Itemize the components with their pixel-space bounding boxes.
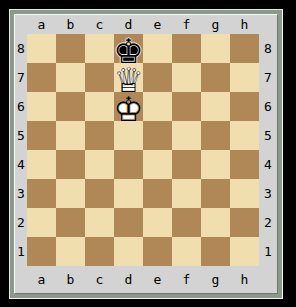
chessboard-window: abcdefgh8♚87♛♕76♚♔65544332211abcdefgh (9, 9, 283, 299)
square-h3[interactable] (230, 179, 259, 208)
square-a2[interactable] (27, 208, 56, 237)
board-corner-top-right (259, 15, 277, 34)
square-f3[interactable] (172, 179, 201, 208)
square-c6[interactable] (85, 92, 114, 121)
rank-label-left-5: 5 (15, 121, 27, 150)
rank-label-left-1: 1 (15, 237, 27, 266)
piece-glyph-outline: ♔ (114, 94, 143, 123)
square-b4[interactable] (56, 150, 85, 179)
square-h8[interactable] (230, 34, 259, 63)
square-d6[interactable]: ♚♔ (114, 92, 143, 121)
rank-label-left-3: 3 (15, 179, 27, 208)
piece-glyph-fill: ♚ (114, 36, 143, 65)
square-f6[interactable] (172, 92, 201, 121)
square-h2[interactable] (230, 208, 259, 237)
square-g5[interactable] (201, 121, 230, 150)
square-f1[interactable] (172, 237, 201, 266)
rank-label-right-5: 5 (259, 121, 277, 150)
rank-label-left-4: 4 (15, 150, 27, 179)
rank-label-right-8: 8 (259, 34, 277, 63)
square-e5[interactable] (143, 121, 172, 150)
square-a6[interactable] (27, 92, 56, 121)
rank-label-right-3: 3 (259, 179, 277, 208)
square-b7[interactable] (56, 63, 85, 92)
piece-white-king[interactable]: ♚♔ (114, 92, 143, 121)
square-b2[interactable] (56, 208, 85, 237)
square-g7[interactable] (201, 63, 230, 92)
square-a5[interactable] (27, 121, 56, 150)
square-c4[interactable] (85, 150, 114, 179)
rank-label-left-6: 6 (15, 92, 27, 121)
square-f5[interactable] (172, 121, 201, 150)
board-corner-bottom-left (15, 266, 27, 293)
square-a3[interactable] (27, 179, 56, 208)
piece-glyph-fill: ♚ (114, 94, 143, 123)
square-e4[interactable] (143, 150, 172, 179)
square-e6[interactable] (143, 92, 172, 121)
square-d2[interactable] (114, 208, 143, 237)
file-label-bottom-c: c (85, 266, 114, 293)
square-g1[interactable] (201, 237, 230, 266)
rank-label-left-7: 7 (15, 63, 27, 92)
square-a7[interactable] (27, 63, 56, 92)
file-label-bottom-d: d (114, 266, 143, 293)
square-h6[interactable] (230, 92, 259, 121)
file-label-top-f: f (172, 15, 201, 34)
square-a8[interactable] (27, 34, 56, 63)
desktop-background: { "game": "chess", "position": { "fen": … (0, 0, 296, 307)
square-e1[interactable] (143, 237, 172, 266)
square-c2[interactable] (85, 208, 114, 237)
square-a1[interactable] (27, 237, 56, 266)
square-c7[interactable] (85, 63, 114, 92)
square-f8[interactable] (172, 34, 201, 63)
square-g6[interactable] (201, 92, 230, 121)
board-corner-bottom-right (259, 266, 277, 293)
square-b3[interactable] (56, 179, 85, 208)
piece-glyph-outline: ♕ (114, 65, 143, 94)
square-d8[interactable]: ♚ (114, 34, 143, 63)
square-f2[interactable] (172, 208, 201, 237)
square-b8[interactable] (56, 34, 85, 63)
rank-label-right-2: 2 (259, 208, 277, 237)
piece-glyph-fill: ♛ (114, 65, 143, 94)
file-label-bottom-e: e (143, 266, 172, 293)
file-label-bottom-a: a (27, 266, 56, 293)
square-d1[interactable] (114, 237, 143, 266)
file-label-top-b: b (56, 15, 85, 34)
chess-board: abcdefgh8♚87♛♕76♚♔65544332211abcdefgh (14, 14, 278, 294)
file-label-bottom-f: f (172, 266, 201, 293)
square-d4[interactable] (114, 150, 143, 179)
square-h4[interactable] (230, 150, 259, 179)
square-d5[interactable] (114, 121, 143, 150)
rank-label-left-8: 8 (15, 34, 27, 63)
file-label-top-d: d (114, 15, 143, 34)
file-label-bottom-b: b (56, 266, 85, 293)
square-e8[interactable] (143, 34, 172, 63)
rank-label-right-1: 1 (259, 237, 277, 266)
square-g3[interactable] (201, 179, 230, 208)
square-d3[interactable] (114, 179, 143, 208)
board-corner-top-left (15, 15, 27, 34)
square-d7[interactable]: ♛♕ (114, 63, 143, 92)
square-e2[interactable] (143, 208, 172, 237)
piece-black-king[interactable]: ♚ (114, 34, 143, 63)
rank-label-right-4: 4 (259, 150, 277, 179)
rank-label-right-7: 7 (259, 63, 277, 92)
square-h5[interactable] (230, 121, 259, 150)
square-c3[interactable] (85, 179, 114, 208)
square-g8[interactable] (201, 34, 230, 63)
square-g4[interactable] (201, 150, 230, 179)
square-c5[interactable] (85, 121, 114, 150)
square-a4[interactable] (27, 150, 56, 179)
file-label-top-h: h (230, 15, 259, 34)
file-label-top-g: g (201, 15, 230, 34)
piece-white-queen[interactable]: ♛♕ (114, 63, 143, 92)
square-b1[interactable] (56, 237, 85, 266)
square-h7[interactable] (230, 63, 259, 92)
square-b5[interactable] (56, 121, 85, 150)
square-h1[interactable] (230, 237, 259, 266)
square-f4[interactable] (172, 150, 201, 179)
file-label-top-c: c (85, 15, 114, 34)
square-g2[interactable] (201, 208, 230, 237)
file-label-top-e: e (143, 15, 172, 34)
file-label-bottom-h: h (230, 266, 259, 293)
square-e7[interactable] (143, 63, 172, 92)
file-label-top-a: a (27, 15, 56, 34)
file-label-bottom-g: g (201, 266, 230, 293)
square-e3[interactable] (143, 179, 172, 208)
rank-label-left-2: 2 (15, 208, 27, 237)
square-c8[interactable] (85, 34, 114, 63)
square-b6[interactable] (56, 92, 85, 121)
square-c1[interactable] (85, 237, 114, 266)
rank-label-right-6: 6 (259, 92, 277, 121)
square-f7[interactable] (172, 63, 201, 92)
